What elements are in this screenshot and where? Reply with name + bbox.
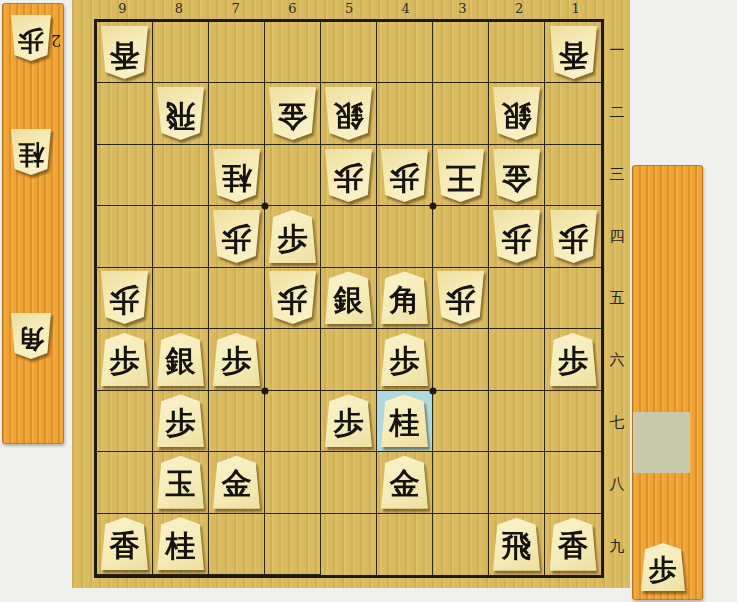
square-3b[interactable] xyxy=(433,83,489,144)
file-label-2: 2 xyxy=(491,0,548,19)
square-3c[interactable]: 王 xyxy=(433,145,489,206)
file-label-6: 6 xyxy=(264,0,321,19)
square-7h[interactable]: 金 xyxy=(209,452,265,513)
piece-kanji: 王 xyxy=(437,149,484,202)
piece-kanji: 金 xyxy=(381,456,428,509)
piece-kanji: 歩 xyxy=(101,271,148,324)
square-5e[interactable]: 銀 xyxy=(321,268,377,329)
square-4g[interactable]: 桂 xyxy=(377,391,433,452)
square-3a[interactable] xyxy=(433,22,489,83)
rank-label-7: 七 xyxy=(604,392,630,454)
square-2g[interactable] xyxy=(489,391,545,452)
shogi-piece-gote-歩[interactable]: 歩 xyxy=(437,271,484,324)
piece-kanji: 歩 xyxy=(11,15,51,61)
shogi-piece-sente-歩[interactable]: 歩 xyxy=(641,543,685,591)
piece-kanji: 歩 xyxy=(157,394,204,447)
piece-kanji: 角 xyxy=(11,313,51,359)
shogi-piece-gote-金[interactable]: 金 xyxy=(493,149,540,202)
square-6d[interactable]: 歩 xyxy=(265,206,321,267)
file-label-5: 5 xyxy=(321,0,378,19)
rank-label-2: 二 xyxy=(604,81,630,143)
file-label-4: 4 xyxy=(377,0,434,19)
shogi-piece-gote-歩[interactable]: 歩 xyxy=(213,210,260,263)
square-3g[interactable] xyxy=(433,391,489,452)
shogi-app: 歩2桂角 987654321 一二三四五六七八九 香香飛金銀銀桂歩歩王金歩歩歩歩… xyxy=(0,0,737,602)
square-1a[interactable]: 香 xyxy=(545,22,601,83)
rank-label-8: 八 xyxy=(604,454,630,516)
piece-kanji: 銀 xyxy=(325,87,372,140)
square-5i[interactable] xyxy=(321,514,377,575)
shogi-piece-gote-歩[interactable]: 歩 xyxy=(493,210,540,263)
shogi-piece-sente-銀[interactable]: 銀 xyxy=(157,333,204,386)
shogi-piece-gote-銀[interactable]: 銀 xyxy=(493,87,540,140)
square-6e[interactable]: 歩 xyxy=(265,268,321,329)
shogi-piece-sente-歩[interactable]: 歩 xyxy=(213,333,260,386)
square-4a[interactable] xyxy=(377,22,433,83)
shogi-piece-gote-歩[interactable]: 歩 xyxy=(269,271,316,324)
square-6b[interactable]: 金 xyxy=(265,83,321,144)
gote-hand-tray: 歩2桂角 xyxy=(2,3,64,444)
square-8e[interactable] xyxy=(153,268,209,329)
shogi-piece-gote-銀[interactable]: 銀 xyxy=(325,87,372,140)
square-3e[interactable]: 歩 xyxy=(433,268,489,329)
square-3h[interactable] xyxy=(433,452,489,513)
piece-kanji: 金 xyxy=(269,87,316,140)
star-point xyxy=(430,203,437,210)
rank-label-6: 六 xyxy=(604,330,630,392)
square-1g[interactable] xyxy=(545,391,601,452)
piece-kanji: 桂 xyxy=(213,149,260,202)
square-9g[interactable] xyxy=(97,391,153,452)
shogi-piece-gote-桂[interactable]: 桂 xyxy=(213,149,260,202)
shogi-piece-gote-王[interactable]: 王 xyxy=(437,149,484,202)
shogi-piece-sente-金[interactable]: 金 xyxy=(381,456,428,509)
square-8f[interactable]: 銀 xyxy=(153,329,209,390)
rank-label-4: 四 xyxy=(604,205,630,267)
piece-kanji: 歩 xyxy=(325,394,372,447)
square-4h[interactable]: 金 xyxy=(377,452,433,513)
square-5h[interactable] xyxy=(321,452,377,513)
square-1e[interactable] xyxy=(545,268,601,329)
square-8i[interactable]: 桂 xyxy=(153,514,209,575)
square-7c[interactable]: 桂 xyxy=(209,145,265,206)
square-9h[interactable] xyxy=(97,452,153,513)
shogi-piece-sente-歩[interactable]: 歩 xyxy=(269,210,316,263)
square-2b[interactable]: 銀 xyxy=(489,83,545,144)
file-label-7: 7 xyxy=(207,0,264,19)
shogi-piece-sente-歩[interactable]: 歩 xyxy=(325,394,372,447)
shogi-piece-sente-角[interactable]: 角 xyxy=(381,271,428,324)
shogi-piece-gote-飛[interactable]: 飛 xyxy=(157,87,204,140)
shogi-board-panel: 987654321 一二三四五六七八九 香香飛金銀銀桂歩歩王金歩歩歩歩歩歩銀角歩… xyxy=(72,0,630,588)
square-6i[interactable] xyxy=(265,514,321,575)
square-8g[interactable]: 歩 xyxy=(153,391,209,452)
shogi-piece-sente-銀[interactable]: 銀 xyxy=(325,271,372,324)
square-5f[interactable] xyxy=(321,329,377,390)
square-5a[interactable] xyxy=(321,22,377,83)
piece-kanji: 桂 xyxy=(11,129,51,175)
shogi-piece-gote-角[interactable]: 角 xyxy=(11,313,51,359)
square-3i[interactable] xyxy=(433,514,489,575)
piece-kanji: 香 xyxy=(550,518,597,571)
square-7e[interactable] xyxy=(209,268,265,329)
square-8d[interactable] xyxy=(153,206,209,267)
board-grid: 香香飛金銀銀桂歩歩王金歩歩歩歩歩歩銀角歩歩銀歩歩歩歩歩桂玉金金香桂飛香 xyxy=(94,19,604,578)
rank-labels: 一二三四五六七八九 xyxy=(604,19,630,578)
piece-kanji: 歩 xyxy=(213,333,260,386)
square-8b[interactable]: 飛 xyxy=(153,83,209,144)
square-6g[interactable] xyxy=(265,391,321,452)
piece-kanji: 飛 xyxy=(493,518,540,571)
hand-count-歩: 2 xyxy=(51,31,61,50)
sente-hand-tray: 歩 xyxy=(632,165,703,600)
square-8c[interactable] xyxy=(153,145,209,206)
square-2d[interactable]: 歩 xyxy=(489,206,545,267)
square-2a[interactable] xyxy=(489,22,545,83)
piece-kanji: 角 xyxy=(381,271,428,324)
file-label-8: 8 xyxy=(151,0,208,19)
square-2i[interactable]: 飛 xyxy=(489,514,545,575)
square-1b[interactable] xyxy=(545,83,601,144)
square-9d[interactable] xyxy=(97,206,153,267)
square-5b[interactable]: 銀 xyxy=(321,83,377,144)
shogi-piece-sente-香[interactable]: 香 xyxy=(101,517,148,570)
square-6c[interactable] xyxy=(265,145,321,206)
piece-kanji: 飛 xyxy=(157,87,204,140)
sente-hand-selected-slot[interactable] xyxy=(633,412,690,473)
square-4b[interactable] xyxy=(377,83,433,144)
piece-kanji: 銀 xyxy=(325,271,372,324)
rank-label-1: 一 xyxy=(604,19,630,81)
piece-kanji: 桂 xyxy=(157,517,204,570)
piece-kanji: 歩 xyxy=(493,210,540,263)
shogi-piece-sente-歩[interactable]: 歩 xyxy=(157,394,204,447)
file-label-1: 1 xyxy=(547,0,604,19)
piece-kanji: 歩 xyxy=(550,333,597,386)
square-7i[interactable] xyxy=(209,514,265,575)
shogi-piece-sente-金[interactable]: 金 xyxy=(213,456,260,509)
shogi-piece-gote-歩[interactable]: 歩 xyxy=(101,271,148,324)
piece-kanji: 歩 xyxy=(325,149,372,202)
square-7f[interactable]: 歩 xyxy=(209,329,265,390)
shogi-piece-sente-桂[interactable]: 桂 xyxy=(381,394,428,447)
square-4d[interactable] xyxy=(377,206,433,267)
square-5d[interactable] xyxy=(321,206,377,267)
star-point xyxy=(261,203,268,210)
file-labels: 987654321 xyxy=(94,0,604,19)
square-7a[interactable] xyxy=(209,22,265,83)
square-7g[interactable] xyxy=(209,391,265,452)
shogi-piece-gote-金[interactable]: 金 xyxy=(269,87,316,140)
piece-kanji: 歩 xyxy=(550,210,597,263)
square-9c[interactable] xyxy=(97,145,153,206)
piece-kanji: 歩 xyxy=(437,271,484,324)
shogi-piece-sente-歩[interactable]: 歩 xyxy=(381,333,428,386)
piece-kanji: 歩 xyxy=(213,210,260,263)
shogi-piece-gote-歩[interactable]: 歩 xyxy=(550,210,597,263)
shogi-piece-gote-歩[interactable]: 歩 xyxy=(11,15,51,61)
square-7d[interactable]: 歩 xyxy=(209,206,265,267)
square-4f[interactable]: 歩 xyxy=(377,329,433,390)
square-8h[interactable]: 玉 xyxy=(153,452,209,513)
piece-kanji: 歩 xyxy=(269,271,316,324)
square-4i[interactable] xyxy=(377,514,433,575)
square-5g[interactable]: 歩 xyxy=(321,391,377,452)
square-4e[interactable]: 角 xyxy=(377,268,433,329)
square-2c[interactable]: 金 xyxy=(489,145,545,206)
shogi-piece-gote-桂[interactable]: 桂 xyxy=(11,129,51,175)
square-9f[interactable]: 歩 xyxy=(97,329,153,390)
square-6f[interactable] xyxy=(265,329,321,390)
rank-label-9: 九 xyxy=(604,516,630,578)
shogi-piece-sente-桂[interactable]: 桂 xyxy=(157,517,204,570)
piece-kanji: 銀 xyxy=(493,87,540,140)
shogi-piece-gote-香[interactable]: 香 xyxy=(550,26,597,79)
square-9b[interactable] xyxy=(97,83,153,144)
square-3d[interactable] xyxy=(433,206,489,267)
square-9i[interactable]: 香 xyxy=(97,514,153,575)
square-1c[interactable] xyxy=(545,145,601,206)
piece-kanji: 香 xyxy=(101,26,148,79)
square-2h[interactable] xyxy=(489,452,545,513)
star-point xyxy=(261,387,268,394)
piece-kanji: 歩 xyxy=(641,543,685,591)
square-1d[interactable]: 歩 xyxy=(545,206,601,267)
square-1f[interactable]: 歩 xyxy=(545,329,601,390)
star-point xyxy=(430,387,437,394)
piece-kanji: 桂 xyxy=(381,394,428,447)
square-6h[interactable] xyxy=(265,452,321,513)
piece-kanji: 歩 xyxy=(269,210,316,263)
piece-kanji: 歩 xyxy=(381,333,428,386)
piece-kanji: 玉 xyxy=(157,456,204,509)
square-1i[interactable]: 香 xyxy=(545,514,601,575)
piece-kanji: 銀 xyxy=(157,333,204,386)
shogi-piece-sente-香[interactable]: 香 xyxy=(550,518,597,571)
shogi-piece-gote-歩[interactable]: 歩 xyxy=(325,149,372,202)
square-1h[interactable] xyxy=(545,452,601,513)
square-7b[interactable] xyxy=(209,83,265,144)
square-2f[interactable] xyxy=(489,329,545,390)
file-label-3: 3 xyxy=(434,0,491,19)
square-6a[interactable] xyxy=(265,22,321,83)
shogi-piece-sente-歩[interactable]: 歩 xyxy=(550,333,597,386)
piece-kanji: 金 xyxy=(493,149,540,202)
square-9a[interactable]: 香 xyxy=(97,22,153,83)
shogi-piece-sente-飛[interactable]: 飛 xyxy=(493,518,540,571)
piece-kanji: 香 xyxy=(101,517,148,570)
rank-label-5: 五 xyxy=(604,267,630,329)
square-9e[interactable]: 歩 xyxy=(97,268,153,329)
shogi-piece-gote-香[interactable]: 香 xyxy=(101,26,148,79)
file-label-9: 9 xyxy=(94,0,151,19)
rank-label-3: 三 xyxy=(604,143,630,205)
square-3f[interactable] xyxy=(433,329,489,390)
square-2e[interactable] xyxy=(489,268,545,329)
shogi-piece-gote-歩[interactable]: 歩 xyxy=(381,149,428,202)
square-4c[interactable]: 歩 xyxy=(377,145,433,206)
piece-kanji: 歩 xyxy=(381,149,428,202)
piece-kanji: 歩 xyxy=(101,333,148,386)
shogi-piece-sente-玉[interactable]: 玉 xyxy=(157,456,204,509)
shogi-piece-sente-歩[interactable]: 歩 xyxy=(101,333,148,386)
piece-kanji: 香 xyxy=(550,26,597,79)
square-8a[interactable] xyxy=(153,22,209,83)
square-5c[interactable]: 歩 xyxy=(321,145,377,206)
piece-kanji: 金 xyxy=(213,456,260,509)
